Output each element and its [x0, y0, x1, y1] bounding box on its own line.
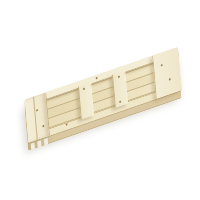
crossbar	[78, 82, 94, 119]
tray-top-face	[25, 47, 182, 143]
slat-end-notch	[37, 140, 41, 147]
right-end-cap	[152, 47, 181, 99]
product-photo	[0, 0, 200, 200]
left-end-cap	[25, 92, 51, 143]
slat-end-notch	[31, 143, 35, 150]
slat-end-notch	[44, 138, 48, 145]
cap-groove	[33, 97, 38, 140]
